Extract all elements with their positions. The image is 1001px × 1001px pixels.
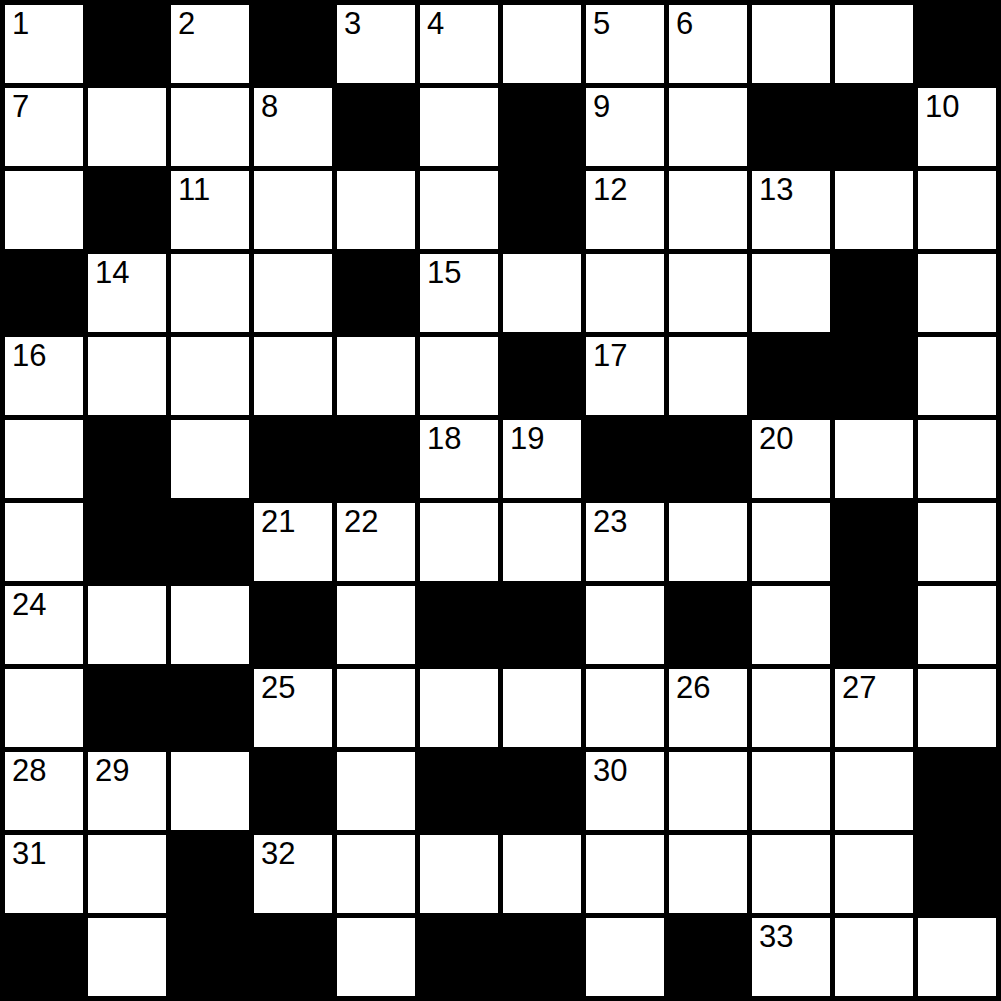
cell-r1c6[interactable]: 4 [420, 5, 498, 83]
cell-r10c1[interactable]: 28 [5, 752, 83, 830]
cell-r1c8[interactable]: 5 [586, 5, 664, 83]
cell-r4c7[interactable] [503, 254, 581, 332]
black-cell [254, 5, 332, 83]
clue-number: 4 [427, 6, 444, 42]
cell-r12c12[interactable] [918, 918, 996, 996]
cell-r10c8[interactable]: 30 [586, 752, 664, 830]
cell-r10c11[interactable] [835, 752, 913, 830]
cell-r11c8[interactable] [586, 835, 664, 913]
clue-number: 21 [261, 504, 295, 540]
cell-r10c9[interactable] [669, 752, 747, 830]
black-cell [669, 918, 747, 996]
clue-number: 5 [593, 6, 610, 42]
black-cell [918, 752, 996, 830]
cell-r9c6[interactable] [420, 669, 498, 747]
clue-number: 7 [12, 89, 29, 125]
cell-r11c5[interactable] [337, 835, 415, 913]
clue-number: 8 [261, 89, 278, 125]
cell-r9c1[interactable] [5, 669, 83, 747]
clue-number: 25 [261, 670, 295, 706]
cell-r9c11[interactable]: 27 [835, 669, 913, 747]
clue-number: 22 [344, 504, 378, 540]
clue-number: 29 [95, 753, 129, 789]
cell-r9c4[interactable]: 25 [254, 669, 332, 747]
cell-r5c8[interactable]: 17 [586, 337, 664, 415]
black-cell [503, 171, 581, 249]
black-cell [835, 503, 913, 581]
black-cell [171, 918, 249, 996]
clue-number: 14 [95, 255, 129, 291]
black-cell [503, 918, 581, 996]
cell-r11c6[interactable] [420, 835, 498, 913]
cell-r7c8[interactable]: 23 [586, 503, 664, 581]
cell-r4c3[interactable] [171, 254, 249, 332]
cell-r9c12[interactable] [918, 669, 996, 747]
black-cell [669, 420, 747, 498]
cell-r8c5[interactable] [337, 586, 415, 664]
cell-r7c10[interactable] [752, 503, 830, 581]
black-cell [171, 503, 249, 581]
cell-r7c9[interactable] [669, 503, 747, 581]
cell-r2c3[interactable] [171, 88, 249, 166]
clue-number: 11 [178, 172, 210, 208]
cell-r4c4[interactable] [254, 254, 332, 332]
cell-r2c2[interactable] [88, 88, 166, 166]
black-cell [420, 752, 498, 830]
cell-r1c9[interactable]: 6 [669, 5, 747, 83]
cell-r8c12[interactable] [918, 586, 996, 664]
cell-r11c4[interactable]: 32 [254, 835, 332, 913]
black-cell [835, 88, 913, 166]
cell-r11c11[interactable] [835, 835, 913, 913]
cell-r5c5[interactable] [337, 337, 415, 415]
black-cell [586, 420, 664, 498]
cell-r5c4[interactable] [254, 337, 332, 415]
black-cell [503, 88, 581, 166]
cell-r12c10[interactable]: 33 [752, 918, 830, 996]
cell-r8c8[interactable] [586, 586, 664, 664]
clue-number: 18 [427, 421, 461, 457]
clue-number: 16 [12, 338, 46, 374]
cell-r11c9[interactable] [669, 835, 747, 913]
cell-r3c5[interactable] [337, 171, 415, 249]
cell-r12c11[interactable] [835, 918, 913, 996]
cell-r8c3[interactable] [171, 586, 249, 664]
cell-r4c9[interactable] [669, 254, 747, 332]
cell-r11c7[interactable] [503, 835, 581, 913]
black-cell [337, 420, 415, 498]
black-cell [88, 503, 166, 581]
cell-r2c9[interactable] [669, 88, 747, 166]
cell-r8c10[interactable] [752, 586, 830, 664]
clue-number: 10 [925, 89, 959, 125]
cell-r7c1[interactable] [5, 503, 83, 581]
cell-r9c7[interactable] [503, 669, 581, 747]
cell-r2c4[interactable]: 8 [254, 88, 332, 166]
cell-r6c10[interactable]: 20 [752, 420, 830, 498]
clue-number: 24 [12, 587, 46, 623]
clue-number: 31 [12, 836, 46, 872]
black-cell [835, 337, 913, 415]
clue-number: 32 [261, 836, 295, 872]
cell-r10c10[interactable] [752, 752, 830, 830]
black-cell [171, 669, 249, 747]
black-cell [503, 752, 581, 830]
black-cell [420, 918, 498, 996]
cell-r7c5[interactable]: 22 [337, 503, 415, 581]
black-cell [88, 669, 166, 747]
cell-r8c1[interactable]: 24 [5, 586, 83, 664]
cell-r4c6[interactable]: 15 [420, 254, 498, 332]
clue-number: 17 [593, 338, 627, 374]
cell-r4c10[interactable] [752, 254, 830, 332]
black-cell [254, 420, 332, 498]
cell-r9c10[interactable] [752, 669, 830, 747]
cell-r6c1[interactable] [5, 420, 83, 498]
cell-r1c1[interactable]: 1 [5, 5, 83, 83]
clue-number: 3 [344, 6, 361, 42]
clue-number: 6 [676, 6, 693, 42]
cell-r12c5[interactable] [337, 918, 415, 996]
clue-number: 27 [842, 670, 876, 706]
cell-r1c11[interactable] [835, 5, 913, 83]
cell-r3c8[interactable]: 12 [586, 171, 664, 249]
black-cell [918, 835, 996, 913]
cell-r4c12[interactable] [918, 254, 996, 332]
clue-number: 2 [178, 6, 195, 42]
black-cell [88, 420, 166, 498]
cell-r11c2[interactable] [88, 835, 166, 913]
cell-r6c6[interactable]: 18 [420, 420, 498, 498]
cell-r7c7[interactable] [503, 503, 581, 581]
cell-r3c6[interactable] [420, 171, 498, 249]
cell-r6c7[interactable]: 19 [503, 420, 581, 498]
cell-r3c4[interactable] [254, 171, 332, 249]
cell-r11c1[interactable]: 31 [5, 835, 83, 913]
crossword-grid: 1234567891011121314151617181920212223242… [0, 0, 1001, 1001]
black-cell [752, 88, 830, 166]
clue-number: 12 [593, 172, 627, 208]
black-cell [752, 337, 830, 415]
cell-r5c2[interactable] [88, 337, 166, 415]
cell-r1c5[interactable]: 3 [337, 5, 415, 83]
cell-r3c11[interactable] [835, 171, 913, 249]
cell-r6c12[interactable] [918, 420, 996, 498]
black-cell [669, 586, 747, 664]
black-cell [337, 254, 415, 332]
clue-number: 33 [759, 919, 793, 955]
cell-r3c9[interactable] [669, 171, 747, 249]
cell-r2c1[interactable]: 7 [5, 88, 83, 166]
cell-r9c9[interactable]: 26 [669, 669, 747, 747]
cell-r2c8[interactable]: 9 [586, 88, 664, 166]
black-cell [254, 752, 332, 830]
black-cell [835, 586, 913, 664]
clue-number: 28 [12, 753, 46, 789]
clue-number: 26 [676, 670, 710, 706]
cell-r5c9[interactable] [669, 337, 747, 415]
cell-r7c6[interactable] [420, 503, 498, 581]
black-cell [254, 586, 332, 664]
black-cell [5, 918, 83, 996]
clue-number: 13 [759, 172, 793, 208]
cell-r8c2[interactable] [88, 586, 166, 664]
cell-r3c1[interactable] [5, 171, 83, 249]
cell-r9c5[interactable] [337, 669, 415, 747]
cell-r5c12[interactable] [918, 337, 996, 415]
clue-number: 19 [510, 421, 544, 457]
black-cell [420, 586, 498, 664]
cell-r2c6[interactable] [420, 88, 498, 166]
cell-r10c3[interactable] [171, 752, 249, 830]
cell-r1c7[interactable] [503, 5, 581, 83]
cell-r7c4[interactable]: 21 [254, 503, 332, 581]
clue-number: 20 [759, 421, 793, 457]
cell-r11c10[interactable] [752, 835, 830, 913]
cell-r4c2[interactable]: 14 [88, 254, 166, 332]
cell-r3c3[interactable]: 11 [171, 171, 249, 249]
clue-number: 23 [593, 504, 627, 540]
cell-r5c3[interactable] [171, 337, 249, 415]
black-cell [171, 835, 249, 913]
cell-r10c5[interactable] [337, 752, 415, 830]
cell-r5c6[interactable] [420, 337, 498, 415]
cell-r6c3[interactable] [171, 420, 249, 498]
cell-r1c3[interactable]: 2 [171, 5, 249, 83]
cell-r6c11[interactable] [835, 420, 913, 498]
cell-r3c10[interactable]: 13 [752, 171, 830, 249]
black-cell [835, 254, 913, 332]
cell-r9c8[interactable] [586, 669, 664, 747]
cell-r12c2[interactable] [88, 918, 166, 996]
cell-r5c1[interactable]: 16 [5, 337, 83, 415]
black-cell [337, 88, 415, 166]
cell-r1c10[interactable] [752, 5, 830, 83]
cell-r3c12[interactable] [918, 171, 996, 249]
black-cell [5, 254, 83, 332]
black-cell [503, 586, 581, 664]
black-cell [503, 337, 581, 415]
cell-r12c8[interactable] [586, 918, 664, 996]
black-cell [88, 171, 166, 249]
cell-r2c12[interactable]: 10 [918, 88, 996, 166]
cell-r10c2[interactable]: 29 [88, 752, 166, 830]
black-cell [88, 5, 166, 83]
cell-r7c12[interactable] [918, 503, 996, 581]
cell-r4c8[interactable] [586, 254, 664, 332]
clue-number: 1 [12, 6, 29, 42]
clue-number: 9 [593, 89, 610, 125]
black-cell [918, 5, 996, 83]
clue-number: 15 [427, 255, 461, 291]
black-cell [254, 918, 332, 996]
clue-number: 30 [593, 753, 627, 789]
